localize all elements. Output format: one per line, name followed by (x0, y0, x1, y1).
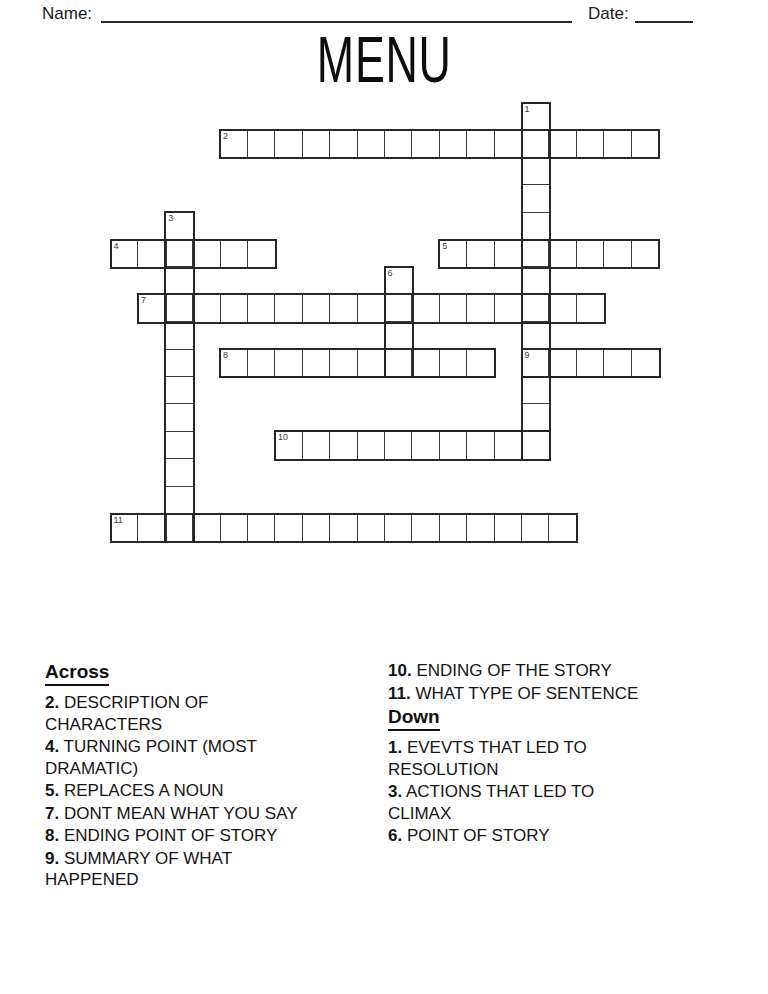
grid-cell[interactable] (603, 129, 632, 158)
clue-number-11: 11 (114, 516, 123, 525)
grid-cell[interactable] (220, 513, 249, 542)
grid-cell[interactable] (548, 239, 577, 268)
grid-cell[interactable] (576, 294, 605, 323)
across-header: Across (45, 660, 335, 686)
clue-down-3: 3. ACTIONS THAT LED TOCLIMAX (388, 781, 688, 824)
clues-left-column: Across 2. DESCRIPTION OFCHARACTERS 4. TU… (45, 660, 335, 892)
grid-cell[interactable] (165, 349, 194, 378)
grid-cell[interactable] (384, 129, 413, 158)
grid-cell[interactable] (603, 239, 632, 268)
clue-number-7: 7 (141, 296, 146, 305)
grid-cell[interactable] (137, 239, 166, 268)
grid-cell[interactable] (165, 403, 194, 432)
grid-cell[interactable] (521, 212, 550, 241)
grid-cell[interactable] (357, 349, 386, 378)
clue-number-9: 9 (525, 351, 530, 360)
grid-cell[interactable] (329, 431, 358, 460)
clue-across-10: 10. ENDING OF THE STORY (388, 660, 688, 682)
grid-cell[interactable] (576, 239, 605, 268)
grid-cell[interactable] (439, 129, 468, 158)
grid-cell[interactable] (439, 294, 468, 323)
grid-cell[interactable] (357, 294, 386, 323)
grid-cell[interactable] (302, 513, 331, 542)
grid-cell[interactable] (302, 431, 331, 460)
grid-cell[interactable] (384, 349, 413, 378)
grid-cell[interactable] (165, 458, 194, 487)
clue-number-6: 6 (388, 269, 393, 278)
grid-cell[interactable] (521, 513, 550, 542)
grid-cell[interactable] (384, 513, 413, 542)
grid-cell[interactable] (521, 321, 550, 350)
grid-cell[interactable] (548, 294, 577, 323)
grid-cell[interactable] (494, 129, 523, 158)
grid-cell[interactable] (247, 129, 276, 158)
grid-cell[interactable] (247, 294, 276, 323)
grid-cell[interactable] (357, 129, 386, 158)
grid-cell[interactable] (411, 431, 440, 460)
grid-cell[interactable] (220, 294, 249, 323)
down-header: Down (388, 705, 688, 731)
grid-cell[interactable] (329, 513, 358, 542)
grid-cell[interactable] (274, 513, 303, 542)
grid-cell[interactable] (494, 513, 523, 542)
grid-cell[interactable] (521, 266, 550, 295)
grid-cell[interactable] (247, 513, 276, 542)
grid-cell[interactable] (494, 431, 523, 460)
grid-cell[interactable] (521, 403, 550, 432)
grid-cell[interactable] (302, 294, 331, 323)
grid-cell[interactable] (274, 349, 303, 378)
clue-number-3: 3 (168, 214, 173, 223)
grid-cell[interactable] (466, 349, 495, 378)
grid-cell[interactable] (274, 294, 303, 323)
grid-cell[interactable] (165, 321, 194, 350)
clue-number-4: 4 (114, 242, 119, 251)
clues-right-column: 10. ENDING OF THE STORY 11. WHAT TYPE OF… (388, 660, 688, 848)
grid-cell[interactable] (302, 349, 331, 378)
grid-cell[interactable] (247, 349, 276, 378)
grid-cell[interactable] (548, 129, 577, 158)
grid-cell[interactable] (631, 129, 660, 158)
grid-cell[interactable] (576, 349, 605, 378)
grid-cell[interactable] (521, 431, 550, 460)
clue-down-6: 6. POINT OF STORY (388, 825, 688, 847)
grid-cell[interactable] (466, 239, 495, 268)
grid-cell[interactable] (329, 349, 358, 378)
grid-cell[interactable] (576, 129, 605, 158)
grid-cell[interactable] (329, 294, 358, 323)
grid-cell[interactable] (521, 376, 550, 405)
grid-cell[interactable] (165, 431, 194, 460)
grid-cell[interactable] (439, 513, 468, 542)
grid-cell[interactable] (357, 513, 386, 542)
grid-cell[interactable] (274, 129, 303, 158)
grid-cell[interactable] (466, 431, 495, 460)
clue-across-11: 11. WHAT TYPE OF SENTENCE (388, 683, 688, 705)
grid-cell[interactable] (384, 321, 413, 350)
grid-cell[interactable] (357, 431, 386, 460)
grid-cell[interactable] (137, 513, 166, 542)
clue-across-8: 8. ENDING POINT OF STORY (45, 825, 335, 847)
grid-cell[interactable] (521, 157, 550, 186)
crossword-board: 1234567891011 (0, 0, 768, 600)
clue-down-1: 1. EVEVTS THAT LED TORESOLUTION (388, 737, 688, 780)
grid-cell[interactable] (411, 349, 440, 378)
clue-across-7: 7. DONT MEAN WHAT YOU SAY (45, 803, 335, 825)
grid-cell[interactable] (548, 513, 577, 542)
grid-cell[interactable] (521, 184, 550, 213)
grid-cell[interactable] (384, 294, 413, 323)
grid-cell[interactable] (384, 431, 413, 460)
grid-cell[interactable] (631, 239, 660, 268)
clue-across-2: 2. DESCRIPTION OFCHARACTERS (45, 692, 335, 735)
grid-cell[interactable] (466, 294, 495, 323)
grid-cell[interactable] (439, 431, 468, 460)
clue-number-8: 8 (223, 351, 228, 360)
grid-cell[interactable] (603, 349, 632, 378)
grid-cell[interactable] (192, 513, 221, 542)
grid-cell[interactable] (165, 266, 194, 295)
grid-cell[interactable] (302, 129, 331, 158)
grid-cell[interactable] (165, 294, 194, 323)
grid-cell[interactable] (247, 239, 276, 268)
grid-cell[interactable] (165, 239, 194, 268)
grid-cell[interactable] (329, 129, 358, 158)
clue-across-5: 5. REPLACES A NOUN (45, 780, 335, 802)
grid-cell[interactable] (521, 294, 550, 323)
grid-cell[interactable] (192, 294, 221, 323)
grid-cell[interactable] (220, 239, 249, 268)
grid-cell[interactable] (411, 294, 440, 323)
grid-cell[interactable] (165, 486, 194, 515)
grid-cell[interactable] (165, 513, 194, 542)
grid-cell[interactable] (466, 513, 495, 542)
grid-cell[interactable] (165, 376, 194, 405)
grid-cell[interactable] (411, 129, 440, 158)
worksheet-page: Name: Date: MENU 1234567891011 Across 2.… (0, 0, 768, 994)
clue-number-10: 10 (278, 433, 288, 442)
grid-cell[interactable] (494, 239, 523, 268)
clue-number-5: 5 (442, 242, 447, 251)
clue-across-9: 9. SUMMARY OF WHATHAPPENED (45, 848, 335, 891)
grid-cell[interactable] (494, 294, 523, 323)
clue-number-2: 2 (223, 132, 228, 141)
grid-cell[interactable] (439, 349, 468, 378)
grid-cell[interactable] (631, 349, 660, 378)
grid-cell[interactable] (466, 129, 495, 158)
grid-cell[interactable] (521, 239, 550, 268)
grid-cell[interactable] (192, 239, 221, 268)
clue-number-1: 1 (525, 105, 530, 114)
grid-cell[interactable] (521, 129, 550, 158)
grid-cell[interactable] (548, 349, 577, 378)
clue-across-4: 4. TURNING POINT (MOSTDRAMATIC) (45, 736, 335, 779)
grid-cell[interactable] (411, 513, 440, 542)
